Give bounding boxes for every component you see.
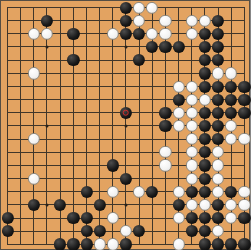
- intersection-14-17[interactable]: [185, 225, 198, 238]
- stone-white[interactable]: [159, 28, 171, 40]
- intersection-17-0[interactable]: [225, 1, 238, 14]
- intersection-18-10[interactable]: [238, 133, 251, 146]
- intersection-1-9[interactable]: [14, 119, 27, 132]
- intersection-7-18[interactable]: [93, 238, 106, 250]
- intersection-2-0[interactable]: [27, 1, 40, 14]
- intersection-10-16[interactable]: [133, 212, 146, 225]
- intersection-5-11[interactable]: [67, 146, 80, 159]
- intersection-6-7[interactable]: [80, 93, 93, 106]
- intersection-3-12[interactable]: [40, 159, 53, 172]
- stone-black[interactable]: [186, 186, 198, 198]
- intersection-6-14[interactable]: [80, 185, 93, 198]
- intersection-17-6[interactable]: [225, 80, 238, 93]
- intersection-4-7[interactable]: [54, 93, 67, 106]
- intersection-8-2[interactable]: [106, 27, 119, 40]
- stone-white[interactable]: [186, 120, 198, 132]
- intersection-5-3[interactable]: [67, 40, 80, 53]
- intersection-3-6[interactable]: [40, 80, 53, 93]
- go-board[interactable]: [0, 0, 250, 250]
- intersection-7-10[interactable]: [93, 133, 106, 146]
- intersection-6-2[interactable]: [80, 27, 93, 40]
- intersection-1-1[interactable]: [14, 14, 27, 27]
- stone-white[interactable]: [107, 238, 119, 250]
- stone-white[interactable]: [186, 146, 198, 158]
- intersection-5-10[interactable]: [67, 133, 80, 146]
- intersection-13-15[interactable]: [172, 198, 185, 211]
- stone-black[interactable]: [120, 1, 132, 13]
- intersection-12-8[interactable]: [159, 106, 172, 119]
- intersection-12-13[interactable]: [159, 172, 172, 185]
- intersection-1-11[interactable]: [14, 146, 27, 159]
- intersection-4-8[interactable]: [54, 106, 67, 119]
- intersection-13-12[interactable]: [172, 159, 185, 172]
- intersection-5-8[interactable]: [67, 106, 80, 119]
- intersection-8-3[interactable]: [106, 40, 119, 53]
- intersection-1-10[interactable]: [14, 133, 27, 146]
- stone-black[interactable]: [199, 225, 211, 237]
- stone-white[interactable]: [186, 159, 198, 171]
- intersection-16-15[interactable]: [212, 198, 225, 211]
- intersection-12-6[interactable]: [159, 80, 172, 93]
- intersection-12-4[interactable]: [159, 54, 172, 67]
- intersection-13-9[interactable]: [172, 119, 185, 132]
- intersection-5-18[interactable]: [67, 238, 80, 250]
- stone-white[interactable]: [225, 133, 237, 145]
- intersection-10-0[interactable]: [133, 1, 146, 14]
- intersection-4-11[interactable]: [54, 146, 67, 159]
- stone-black[interactable]: [107, 159, 119, 171]
- intersection-18-15[interactable]: [238, 198, 251, 211]
- intersection-9-9[interactable]: [119, 119, 132, 132]
- stone-white[interactable]: [28, 173, 40, 185]
- intersection-2-16[interactable]: [27, 212, 40, 225]
- stone-black[interactable]: [159, 120, 171, 132]
- intersection-5-16[interactable]: [67, 212, 80, 225]
- intersection-2-13[interactable]: [27, 172, 40, 185]
- intersection-13-1[interactable]: [172, 14, 185, 27]
- stone-black[interactable]: [212, 94, 224, 106]
- intersection-0-1[interactable]: [1, 14, 14, 27]
- intersection-5-1[interactable]: [67, 14, 80, 27]
- intersection-2-2[interactable]: [27, 27, 40, 40]
- intersection-8-1[interactable]: [106, 14, 119, 27]
- intersection-10-3[interactable]: [133, 40, 146, 53]
- intersection-17-15[interactable]: [225, 198, 238, 211]
- intersection-2-11[interactable]: [27, 146, 40, 159]
- intersection-12-7[interactable]: [159, 93, 172, 106]
- intersection-2-14[interactable]: [27, 185, 40, 198]
- intersection-14-0[interactable]: [185, 1, 198, 14]
- intersection-7-1[interactable]: [93, 14, 106, 27]
- intersection-9-11[interactable]: [119, 146, 132, 159]
- intersection-0-13[interactable]: [1, 172, 14, 185]
- intersection-3-2[interactable]: [40, 27, 53, 40]
- stone-black[interactable]: [238, 238, 250, 250]
- intersection-1-2[interactable]: [14, 27, 27, 40]
- intersection-13-13[interactable]: [172, 172, 185, 185]
- intersection-18-0[interactable]: [238, 1, 251, 14]
- intersection-15-16[interactable]: [198, 212, 211, 225]
- intersection-12-18[interactable]: [159, 238, 172, 250]
- intersection-4-10[interactable]: [54, 133, 67, 146]
- intersection-11-7[interactable]: [146, 93, 159, 106]
- intersection-13-14[interactable]: [172, 185, 185, 198]
- intersection-0-3[interactable]: [1, 40, 14, 53]
- intersection-16-18[interactable]: [212, 238, 225, 250]
- intersection-6-1[interactable]: [80, 14, 93, 27]
- intersection-10-4[interactable]: [133, 54, 146, 67]
- intersection-2-7[interactable]: [27, 93, 40, 106]
- intersection-16-14[interactable]: [212, 185, 225, 198]
- stone-black[interactable]: [238, 107, 250, 119]
- intersection-12-0[interactable]: [159, 1, 172, 14]
- intersection-10-6[interactable]: [133, 80, 146, 93]
- intersection-8-18[interactable]: [106, 238, 119, 250]
- intersection-15-14[interactable]: [198, 185, 211, 198]
- stone-black[interactable]: [212, 120, 224, 132]
- intersection-12-5[interactable]: [159, 67, 172, 80]
- intersection-15-0[interactable]: [198, 1, 211, 14]
- intersection-14-12[interactable]: [185, 159, 198, 172]
- intersection-0-0[interactable]: [1, 1, 14, 14]
- intersection-14-14[interactable]: [185, 185, 198, 198]
- intersection-11-18[interactable]: [146, 238, 159, 250]
- intersection-2-1[interactable]: [27, 14, 40, 27]
- stone-white[interactable]: [225, 212, 237, 224]
- intersection-4-15[interactable]: [54, 198, 67, 211]
- intersection-12-15[interactable]: [159, 198, 172, 211]
- stone-black[interactable]: [186, 212, 198, 224]
- intersection-16-10[interactable]: [212, 133, 225, 146]
- intersection-6-11[interactable]: [80, 146, 93, 159]
- stone-white[interactable]: [199, 15, 211, 27]
- intersection-7-13[interactable]: [93, 172, 106, 185]
- stone-white[interactable]: [173, 107, 185, 119]
- intersection-10-11[interactable]: [133, 146, 146, 159]
- intersection-13-11[interactable]: [172, 146, 185, 159]
- intersection-15-4[interactable]: [198, 54, 211, 67]
- stone-black[interactable]: [199, 54, 211, 66]
- intersection-2-6[interactable]: [27, 80, 40, 93]
- intersection-18-9[interactable]: [238, 119, 251, 132]
- intersection-5-9[interactable]: [67, 119, 80, 132]
- intersection-15-3[interactable]: [198, 40, 211, 53]
- intersection-5-14[interactable]: [67, 185, 80, 198]
- stone-black[interactable]: [28, 199, 40, 211]
- intersection-4-13[interactable]: [54, 172, 67, 185]
- stone-white[interactable]: [199, 94, 211, 106]
- intersection-13-3[interactable]: [172, 40, 185, 53]
- stone-white[interactable]: [186, 107, 198, 119]
- intersection-8-4[interactable]: [106, 54, 119, 67]
- intersection-12-16[interactable]: [159, 212, 172, 225]
- stone-white[interactable]: [107, 28, 119, 40]
- intersection-4-12[interactable]: [54, 159, 67, 172]
- intersection-7-5[interactable]: [93, 67, 106, 80]
- intersection-6-15[interactable]: [80, 198, 93, 211]
- intersection-0-14[interactable]: [1, 185, 14, 198]
- stone-black[interactable]: [146, 186, 158, 198]
- intersection-13-8[interactable]: [172, 106, 185, 119]
- stone-black[interactable]: [212, 212, 224, 224]
- intersection-16-9[interactable]: [212, 119, 225, 132]
- stone-black-marked[interactable]: [120, 107, 132, 119]
- intersection-6-9[interactable]: [80, 119, 93, 132]
- intersection-14-15[interactable]: [185, 198, 198, 211]
- intersection-8-17[interactable]: [106, 225, 119, 238]
- stone-black[interactable]: [120, 173, 132, 185]
- intersection-17-12[interactable]: [225, 159, 238, 172]
- intersection-6-3[interactable]: [80, 40, 93, 53]
- intersection-16-13[interactable]: [212, 172, 225, 185]
- intersection-17-13[interactable]: [225, 172, 238, 185]
- intersection-10-7[interactable]: [133, 93, 146, 106]
- stone-black[interactable]: [212, 15, 224, 27]
- stone-black[interactable]: [225, 186, 237, 198]
- intersection-7-0[interactable]: [93, 1, 106, 14]
- intersection-13-6[interactable]: [172, 80, 185, 93]
- intersection-11-5[interactable]: [146, 67, 159, 80]
- intersection-7-12[interactable]: [93, 159, 106, 172]
- intersection-3-8[interactable]: [40, 106, 53, 119]
- intersection-13-17[interactable]: [172, 225, 185, 238]
- stone-white[interactable]: [41, 28, 53, 40]
- intersection-5-15[interactable]: [67, 198, 80, 211]
- stone-white[interactable]: [28, 28, 40, 40]
- stone-black[interactable]: [212, 238, 224, 250]
- stone-white[interactable]: [212, 186, 224, 198]
- stone-white[interactable]: [212, 67, 224, 79]
- intersection-6-18[interactable]: [80, 238, 93, 250]
- intersection-3-13[interactable]: [40, 172, 53, 185]
- intersection-1-17[interactable]: [14, 225, 27, 238]
- stone-white[interactable]: [28, 67, 40, 79]
- intersection-10-13[interactable]: [133, 172, 146, 185]
- intersection-7-9[interactable]: [93, 119, 106, 132]
- intersection-16-17[interactable]: [212, 225, 225, 238]
- intersection-9-2[interactable]: [119, 27, 132, 40]
- intersection-4-4[interactable]: [54, 54, 67, 67]
- stone-white[interactable]: [146, 1, 158, 13]
- intersection-2-8[interactable]: [27, 106, 40, 119]
- intersection-9-12[interactable]: [119, 159, 132, 172]
- intersection-9-16[interactable]: [119, 212, 132, 225]
- intersection-8-16[interactable]: [106, 212, 119, 225]
- board-intersections[interactable]: [1, 1, 249, 249]
- intersection-18-5[interactable]: [238, 67, 251, 80]
- intersection-4-14[interactable]: [54, 185, 67, 198]
- intersection-9-17[interactable]: [119, 225, 132, 238]
- intersection-2-17[interactable]: [27, 225, 40, 238]
- intersection-8-14[interactable]: [106, 185, 119, 198]
- intersection-8-5[interactable]: [106, 67, 119, 80]
- intersection-9-13[interactable]: [119, 172, 132, 185]
- intersection-3-11[interactable]: [40, 146, 53, 159]
- stone-white[interactable]: [238, 133, 250, 145]
- intersection-9-7[interactable]: [119, 93, 132, 106]
- stone-black[interactable]: [225, 107, 237, 119]
- stone-white[interactable]: [159, 15, 171, 27]
- stone-black[interactable]: [199, 238, 211, 250]
- intersection-8-6[interactable]: [106, 80, 119, 93]
- stone-black[interactable]: [94, 225, 106, 237]
- stone-white[interactable]: [133, 15, 145, 27]
- intersection-2-5[interactable]: [27, 67, 40, 80]
- intersection-5-4[interactable]: [67, 54, 80, 67]
- intersection-2-4[interactable]: [27, 54, 40, 67]
- intersection-10-8[interactable]: [133, 106, 146, 119]
- intersection-4-6[interactable]: [54, 80, 67, 93]
- intersection-13-7[interactable]: [172, 93, 185, 106]
- stone-black[interactable]: [133, 225, 145, 237]
- stone-white[interactable]: [212, 159, 224, 171]
- stone-white[interactable]: [186, 173, 198, 185]
- intersection-1-5[interactable]: [14, 67, 27, 80]
- intersection-7-11[interactable]: [93, 146, 106, 159]
- intersection-5-0[interactable]: [67, 1, 80, 14]
- intersection-4-0[interactable]: [54, 1, 67, 14]
- intersection-17-2[interactable]: [225, 27, 238, 40]
- intersection-14-9[interactable]: [185, 119, 198, 132]
- stone-black[interactable]: [212, 41, 224, 53]
- stone-black[interactable]: [80, 225, 92, 237]
- intersection-10-14[interactable]: [133, 185, 146, 198]
- intersection-18-2[interactable]: [238, 27, 251, 40]
- stone-black[interactable]: [1, 225, 13, 237]
- intersection-8-9[interactable]: [106, 119, 119, 132]
- intersection-6-12[interactable]: [80, 159, 93, 172]
- stone-white[interactable]: [159, 159, 171, 171]
- stone-black[interactable]: [54, 238, 66, 250]
- intersection-1-14[interactable]: [14, 185, 27, 198]
- intersection-15-13[interactable]: [198, 172, 211, 185]
- intersection-8-0[interactable]: [106, 1, 119, 14]
- intersection-11-13[interactable]: [146, 172, 159, 185]
- intersection-1-4[interactable]: [14, 54, 27, 67]
- intersection-2-12[interactable]: [27, 159, 40, 172]
- intersection-16-8[interactable]: [212, 106, 225, 119]
- stone-black[interactable]: [120, 28, 132, 40]
- intersection-12-12[interactable]: [159, 159, 172, 172]
- stone-white[interactable]: [225, 67, 237, 79]
- stone-black[interactable]: [80, 212, 92, 224]
- intersection-1-16[interactable]: [14, 212, 27, 225]
- stone-white[interactable]: [107, 212, 119, 224]
- intersection-4-17[interactable]: [54, 225, 67, 238]
- intersection-5-2[interactable]: [67, 27, 80, 40]
- stone-white[interactable]: [186, 80, 198, 92]
- stone-white[interactable]: [107, 186, 119, 198]
- stone-black[interactable]: [238, 212, 250, 224]
- stone-black[interactable]: [225, 80, 237, 92]
- stone-black[interactable]: [238, 80, 250, 92]
- intersection-1-3[interactable]: [14, 40, 27, 53]
- stone-white[interactable]: [28, 133, 40, 145]
- intersection-12-10[interactable]: [159, 133, 172, 146]
- stone-white[interactable]: [173, 212, 185, 224]
- stone-black[interactable]: [199, 159, 211, 171]
- stone-black[interactable]: [1, 212, 13, 224]
- intersection-6-4[interactable]: [80, 54, 93, 67]
- stone-white[interactable]: [186, 133, 198, 145]
- intersection-12-2[interactable]: [159, 27, 172, 40]
- intersection-4-9[interactable]: [54, 119, 67, 132]
- intersection-1-7[interactable]: [14, 93, 27, 106]
- intersection-6-5[interactable]: [80, 67, 93, 80]
- stone-black[interactable]: [199, 212, 211, 224]
- intersection-7-6[interactable]: [93, 80, 106, 93]
- intersection-3-17[interactable]: [40, 225, 53, 238]
- intersection-3-5[interactable]: [40, 67, 53, 80]
- intersection-10-18[interactable]: [133, 238, 146, 250]
- intersection-17-7[interactable]: [225, 93, 238, 106]
- intersection-11-14[interactable]: [146, 185, 159, 198]
- intersection-13-5[interactable]: [172, 67, 185, 80]
- intersection-17-8[interactable]: [225, 106, 238, 119]
- intersection-0-4[interactable]: [1, 54, 14, 67]
- intersection-15-12[interactable]: [198, 159, 211, 172]
- intersection-5-7[interactable]: [67, 93, 80, 106]
- intersection-17-10[interactable]: [225, 133, 238, 146]
- intersection-7-4[interactable]: [93, 54, 106, 67]
- intersection-3-4[interactable]: [40, 54, 53, 67]
- intersection-14-1[interactable]: [185, 14, 198, 27]
- intersection-9-6[interactable]: [119, 80, 132, 93]
- stone-black[interactable]: [173, 94, 185, 106]
- stone-white[interactable]: [186, 28, 198, 40]
- intersection-15-18[interactable]: [198, 238, 211, 250]
- intersection-0-6[interactable]: [1, 80, 14, 93]
- intersection-4-5[interactable]: [54, 67, 67, 80]
- intersection-3-9[interactable]: [40, 119, 53, 132]
- intersection-11-12[interactable]: [146, 159, 159, 172]
- intersection-11-0[interactable]: [146, 1, 159, 14]
- intersection-9-0[interactable]: [119, 1, 132, 14]
- stone-white[interactable]: [238, 186, 250, 198]
- intersection-18-3[interactable]: [238, 40, 251, 53]
- intersection-14-4[interactable]: [185, 54, 198, 67]
- intersection-12-14[interactable]: [159, 185, 172, 198]
- intersection-9-18[interactable]: [119, 238, 132, 250]
- intersection-16-16[interactable]: [212, 212, 225, 225]
- intersection-11-10[interactable]: [146, 133, 159, 146]
- intersection-3-0[interactable]: [40, 1, 53, 14]
- intersection-7-15[interactable]: [93, 198, 106, 211]
- intersection-5-13[interactable]: [67, 172, 80, 185]
- intersection-1-0[interactable]: [14, 1, 27, 14]
- intersection-4-18[interactable]: [54, 238, 67, 250]
- intersection-18-14[interactable]: [238, 185, 251, 198]
- intersection-13-18[interactable]: [172, 238, 185, 250]
- stone-black[interactable]: [212, 28, 224, 40]
- intersection-11-2[interactable]: [146, 27, 159, 40]
- intersection-11-11[interactable]: [146, 146, 159, 159]
- intersection-16-7[interactable]: [212, 93, 225, 106]
- intersection-15-17[interactable]: [198, 225, 211, 238]
- intersection-18-11[interactable]: [238, 146, 251, 159]
- stone-white[interactable]: [94, 238, 106, 250]
- intersection-10-10[interactable]: [133, 133, 146, 146]
- stone-black[interactable]: [133, 28, 145, 40]
- intersection-10-15[interactable]: [133, 198, 146, 211]
- intersection-3-3[interactable]: [40, 40, 53, 53]
- intersection-17-16[interactable]: [225, 212, 238, 225]
- intersection-8-10[interactable]: [106, 133, 119, 146]
- stone-black[interactable]: [199, 120, 211, 132]
- intersection-9-8[interactable]: [119, 106, 132, 119]
- intersection-11-15[interactable]: [146, 198, 159, 211]
- stone-black[interactable]: [67, 212, 79, 224]
